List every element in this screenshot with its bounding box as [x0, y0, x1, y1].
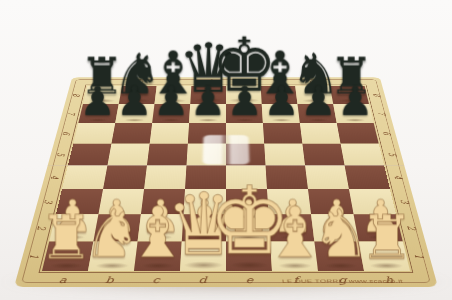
square-f8: ♝: [261, 86, 298, 104]
square-h7: ♟: [333, 104, 373, 123]
piece-shadow: [234, 118, 254, 121]
rank-label-2: 2: [404, 225, 418, 229]
square-h1: ♜: [359, 241, 410, 271]
square-a7: ♟: [78, 104, 118, 123]
rank-label-1: 1: [26, 254, 41, 259]
piece-shadow: [266, 99, 292, 103]
square-g6: [300, 123, 341, 143]
square-a2: ♟: [49, 214, 98, 241]
square-f5: [264, 144, 305, 166]
chess-photo: ♜♞♝♛♚♝♞♜♟♟♟♟♟♟♟♟♟♟♟♟♟♟♟♟♜♞♝♛♚♝♞♜ abcdefg…: [0, 0, 452, 300]
square-h8: ♜: [330, 86, 369, 104]
piece-shadow: [59, 235, 84, 240]
piece-shadow: [87, 118, 108, 121]
fold-seam: [48, 165, 405, 166]
square-a3: [56, 189, 103, 214]
rank-label-3: 3: [397, 199, 411, 203]
square-a5: [68, 144, 112, 166]
glare-reflection: [202, 135, 249, 164]
square-b2: ♟: [93, 214, 141, 241]
square-c2: ♟: [138, 214, 184, 241]
square-a1: ♜: [42, 241, 93, 271]
square-b8: ♞: [119, 86, 157, 104]
piece-shadow: [236, 235, 260, 240]
rank-label-6: 6: [60, 131, 72, 134]
square-c5: [147, 144, 188, 166]
rank-label-7: 7: [375, 112, 387, 115]
rank-label-1: 1: [411, 254, 426, 259]
piece-shadow: [88, 99, 115, 103]
file-label-d: d: [191, 78, 226, 83]
square-g2: ♟: [311, 214, 359, 241]
file-label-c: c: [157, 78, 192, 83]
square-c6: [150, 123, 189, 143]
piece-shadow: [161, 118, 182, 121]
square-e1: ♚: [226, 241, 272, 271]
piece-shadow: [323, 263, 357, 269]
rank-label-5: 5: [54, 152, 67, 156]
square-g3: [308, 189, 354, 214]
square-d2: ♟: [182, 214, 226, 241]
rank-label-5: 5: [385, 152, 398, 156]
square-g4: [305, 165, 349, 188]
piece-shadow: [104, 235, 129, 240]
square-c4: [144, 165, 186, 188]
piece-shadow: [278, 263, 312, 269]
piece-shadow: [95, 263, 129, 269]
square-f6: [263, 123, 302, 143]
square-h3: [349, 189, 396, 214]
piece-shadow: [141, 263, 175, 269]
rank-label-7: 7: [65, 112, 77, 115]
square-d3: [183, 189, 226, 214]
square-g1: ♞: [314, 241, 364, 271]
square-e2: ♟: [226, 214, 270, 241]
square-e4: [226, 165, 267, 188]
square-c8: ♝: [155, 86, 192, 104]
square-a6: [73, 123, 115, 143]
file-labels-top: abcdefgh: [88, 78, 365, 85]
piece-shadow: [197, 118, 217, 121]
rank-label-4: 4: [391, 175, 404, 179]
square-b5: [107, 144, 149, 166]
square-f4: [266, 165, 308, 188]
piece-shadow: [280, 235, 305, 240]
piece-shadow: [307, 118, 328, 121]
square-d4: [185, 165, 226, 188]
piece-shadow: [229, 98, 259, 103]
square-h2: ♟: [354, 214, 403, 241]
square-h6: [337, 123, 379, 143]
piece-shadow: [229, 261, 268, 269]
piece-shadow: [302, 99, 328, 103]
square-d7: ♟: [189, 104, 226, 123]
board-brand-text: LE DUE TORRI - www.scacco.it: [282, 278, 403, 284]
file-label-e: e: [226, 78, 261, 83]
square-c3: [141, 189, 185, 214]
square-b7: ♟: [115, 104, 154, 123]
square-f3: [267, 189, 311, 214]
rank-label-3: 3: [41, 199, 55, 203]
square-a8: ♜: [83, 86, 122, 104]
square-d8: ♛: [190, 86, 226, 104]
square-g5: [302, 144, 344, 166]
rank-label-4: 4: [48, 175, 61, 179]
piece-shadow: [192, 235, 216, 240]
square-f1: ♝: [270, 241, 318, 271]
piece-shadow: [337, 99, 364, 103]
piece-shadow: [344, 118, 365, 121]
file-label-g: g: [294, 78, 329, 83]
rank-label-2: 2: [34, 225, 48, 229]
file-label-h: h: [329, 78, 365, 83]
file-label-b: b: [122, 78, 157, 83]
square-a4: [62, 165, 107, 188]
piece-shadow: [369, 263, 403, 269]
square-h4: [345, 165, 390, 188]
file-label-a: a: [88, 78, 124, 83]
square-e3: [226, 189, 269, 214]
square-e7: ♟: [226, 104, 263, 123]
piece-shadow: [160, 99, 186, 103]
board-scene: ♜♞♝♛♚♝♞♜♟♟♟♟♟♟♟♟♟♟♟♟♟♟♟♟♜♞♝♛♚♝♞♜ abcdefg…: [14, 77, 438, 287]
square-h5: [341, 144, 385, 166]
square-b1: ♞: [88, 241, 138, 271]
rank-label-8: 8: [370, 93, 381, 96]
square-d1: ♛: [180, 241, 226, 271]
square-f2: ♟: [269, 214, 315, 241]
piece-shadow: [49, 263, 83, 269]
piece-shadow: [367, 235, 392, 240]
piece-shadow: [271, 118, 292, 121]
piece-shadow: [323, 235, 348, 240]
square-f7: ♟: [262, 104, 300, 123]
piece-shadow: [124, 99, 150, 103]
piece-shadow: [193, 98, 223, 103]
square-g8: ♞: [295, 86, 333, 104]
piece-shadow: [148, 235, 173, 240]
file-label-f: f: [260, 78, 295, 83]
rank-label-8: 8: [70, 93, 81, 96]
square-b6: [111, 123, 152, 143]
square-g7: ♟: [297, 104, 336, 123]
square-c1: ♝: [134, 241, 182, 271]
square-c7: ♟: [152, 104, 190, 123]
piece-shadow: [124, 118, 145, 121]
square-b4: [103, 165, 147, 188]
rank-label-6: 6: [380, 131, 392, 134]
chess-board: ♜♞♝♛♚♝♞♜♟♟♟♟♟♟♟♟♟♟♟♟♟♟♟♟♜♞♝♛♚♝♞♜ abcdefg…: [14, 77, 438, 287]
square-e8: ♚: [226, 86, 262, 104]
board-grid: ♜♞♝♛♚♝♞♜♟♟♟♟♟♟♟♟♟♟♟♟♟♟♟♟♜♞♝♛♚♝♞♜: [42, 86, 410, 271]
piece-shadow: [184, 261, 223, 269]
square-b3: [98, 189, 144, 214]
